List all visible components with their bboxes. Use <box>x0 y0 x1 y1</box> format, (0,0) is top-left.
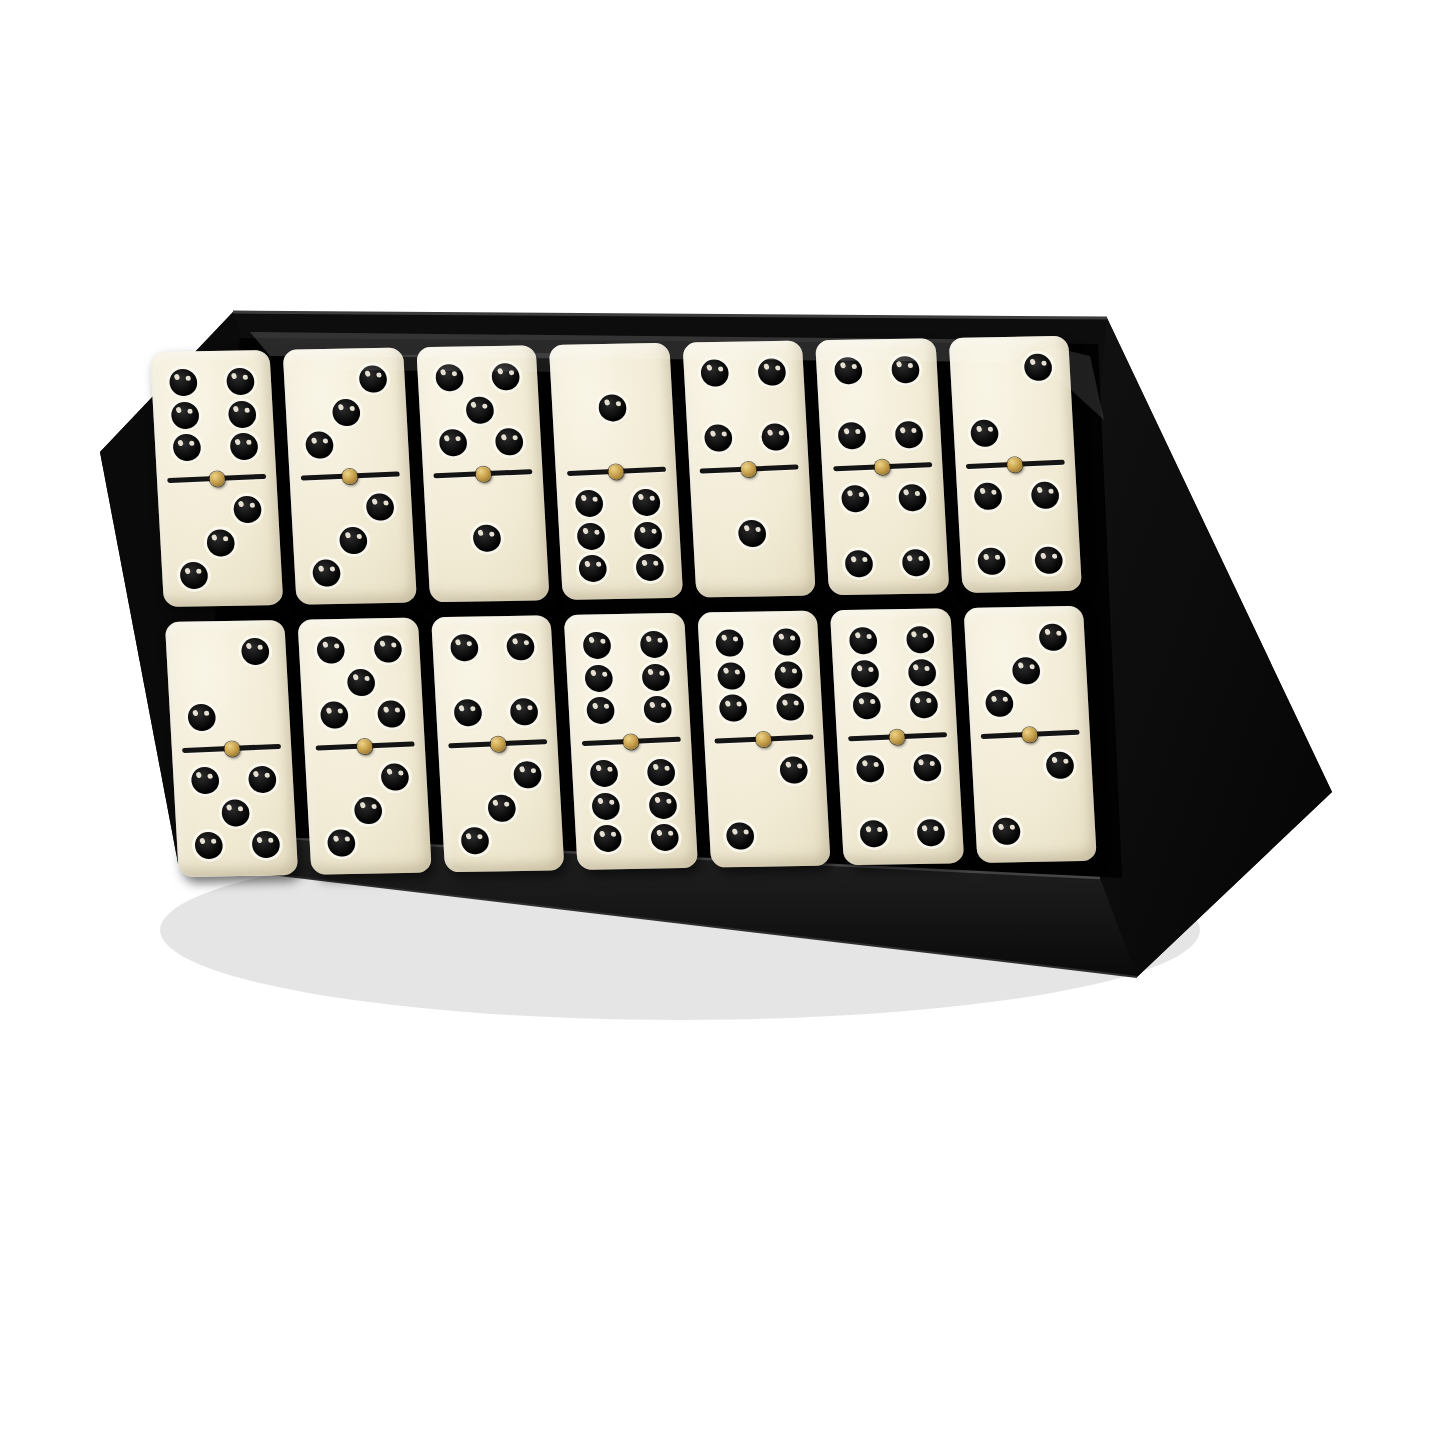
plastic-wrap-glare-3 <box>1040 344 1104 420</box>
plastic-wrap-overlay <box>0 0 1445 1445</box>
domino-box-scene <box>0 0 1445 1445</box>
